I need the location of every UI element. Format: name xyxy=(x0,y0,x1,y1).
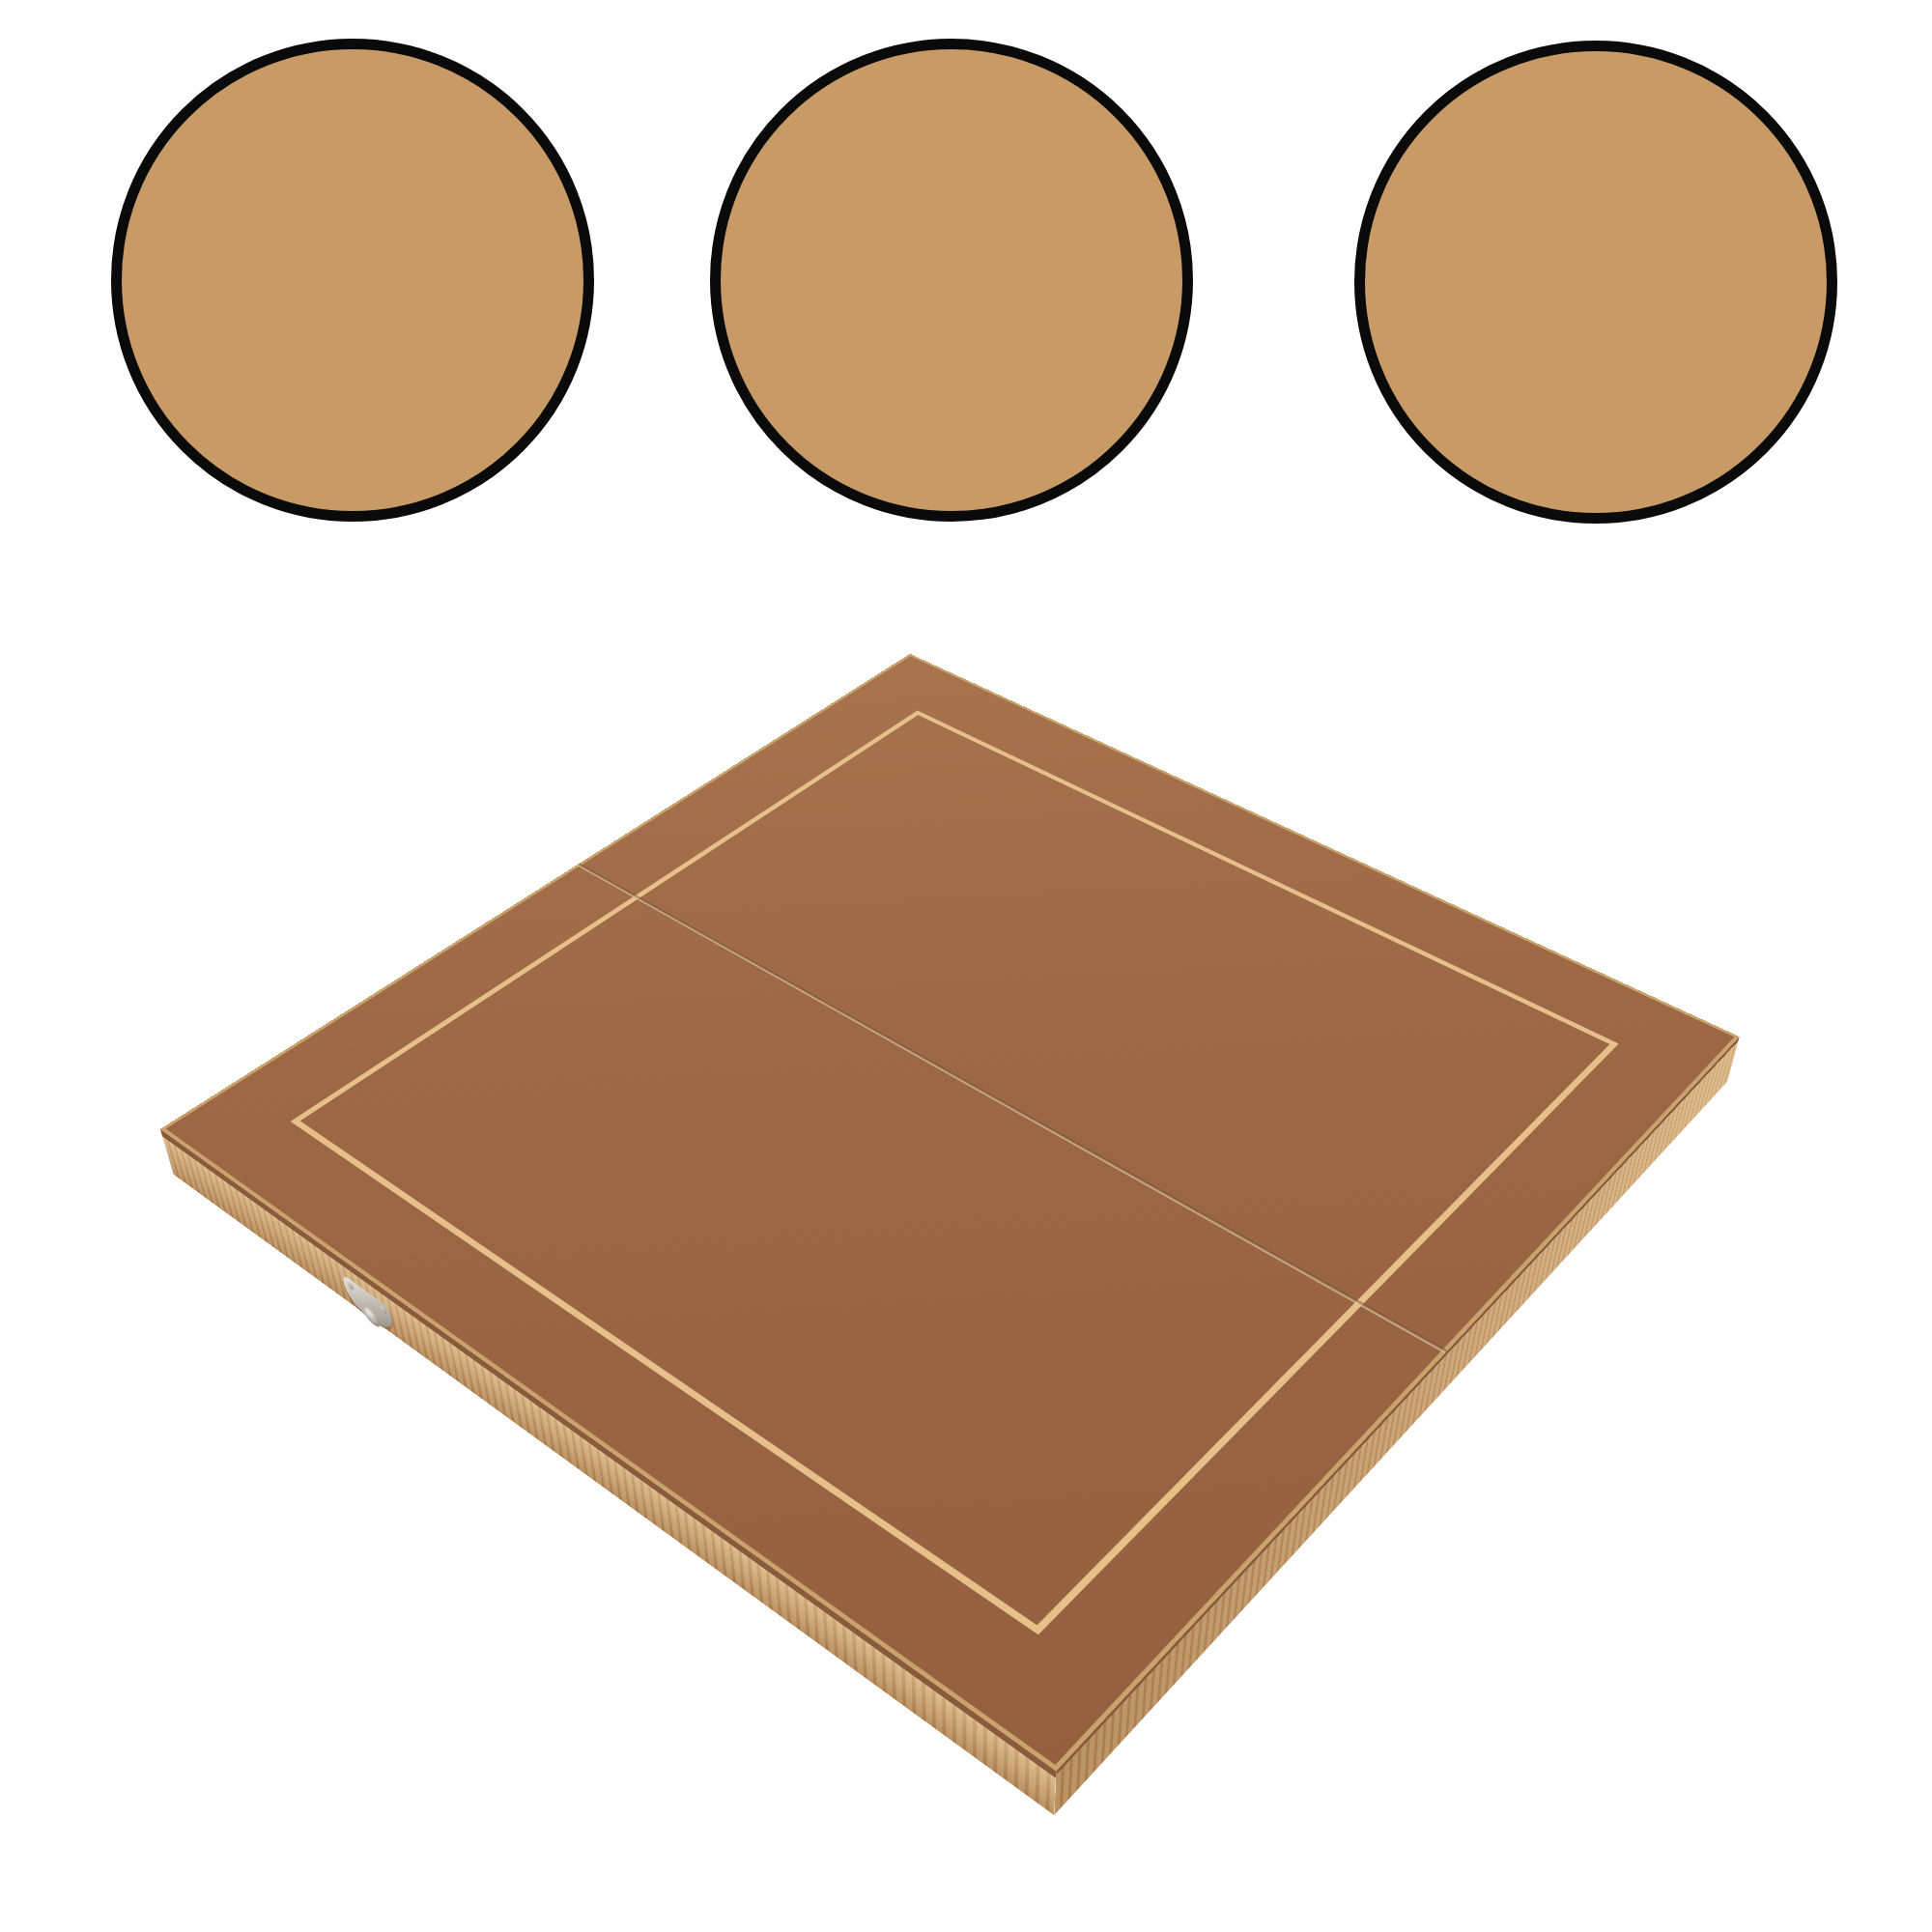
screw-icon xyxy=(347,1281,355,1292)
product-photo xyxy=(0,0,1932,1932)
chess-grid xyxy=(308,719,1602,1617)
screw-icon xyxy=(380,1305,387,1316)
inset-chess-closeup xyxy=(111,39,594,522)
board-scene xyxy=(406,522,1526,1642)
inset-backgammon-closeup xyxy=(1354,41,1837,524)
chess-board xyxy=(160,654,1740,1772)
inset-checkers-closeup xyxy=(710,39,1193,522)
folding-game-box xyxy=(160,654,1740,1772)
latch-knob xyxy=(362,1304,382,1331)
